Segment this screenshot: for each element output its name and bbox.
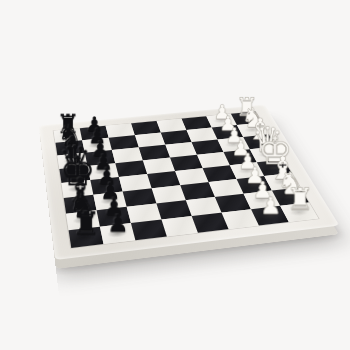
square-d2: ♟ [224,149,257,165]
white-rook-a1-icon: ♜ [236,95,259,119]
square-g1: ♞ [272,187,309,205]
square-g8: ♞ [66,210,100,230]
square-e1: ♚ [257,159,292,176]
square-h7: ♟ [100,223,135,244]
square-e7: ♟ [90,177,122,195]
board-grid: ♜♟♟♜♞♟♟♞♝♟♟♝♛♟♟♛♚♟♟♚♝♟♟♝♞♟♟♞♜♟♟♜ [54,112,319,248]
square-h6 [131,220,167,241]
square-e3 [203,165,237,182]
square-d6 [115,160,147,177]
chess-board: ♜♟♟♜♞♟♟♞♝♟♟♝♛♟♟♛♚♟♟♚♝♟♟♝♞♟♟♞♜♟♟♜ [39,105,340,260]
square-h8: ♜ [69,227,104,248]
square-c1: ♝ [243,134,276,149]
square-e8: ♚ [61,180,93,198]
square-e6 [119,174,152,192]
square-d1: ♛ [250,147,284,163]
black-rook-a8-icon: ♜ [56,112,80,137]
marble-board-frame: ♜♟♟♜♞♟♟♞♝♟♟♝♛♟♟♛♚♟♟♚♝♟♟♝♞♟♟♞♜♟♟♜ [39,105,340,260]
black-pawn-a7-icon: ♟ [85,115,103,134]
product-photo: ♜♟♟♜♞♟♟♞♝♟♟♝♛♟♟♛♚♟♟♚♝♟♟♝♞♟♟♞♜♟♟♜ [0,0,350,350]
square-e2: ♟ [230,162,264,179]
square-d4 [170,155,203,171]
square-d7: ♟ [87,163,118,180]
white-pawn-a2-icon: ♟ [213,103,231,122]
square-f7: ♟ [93,191,126,210]
